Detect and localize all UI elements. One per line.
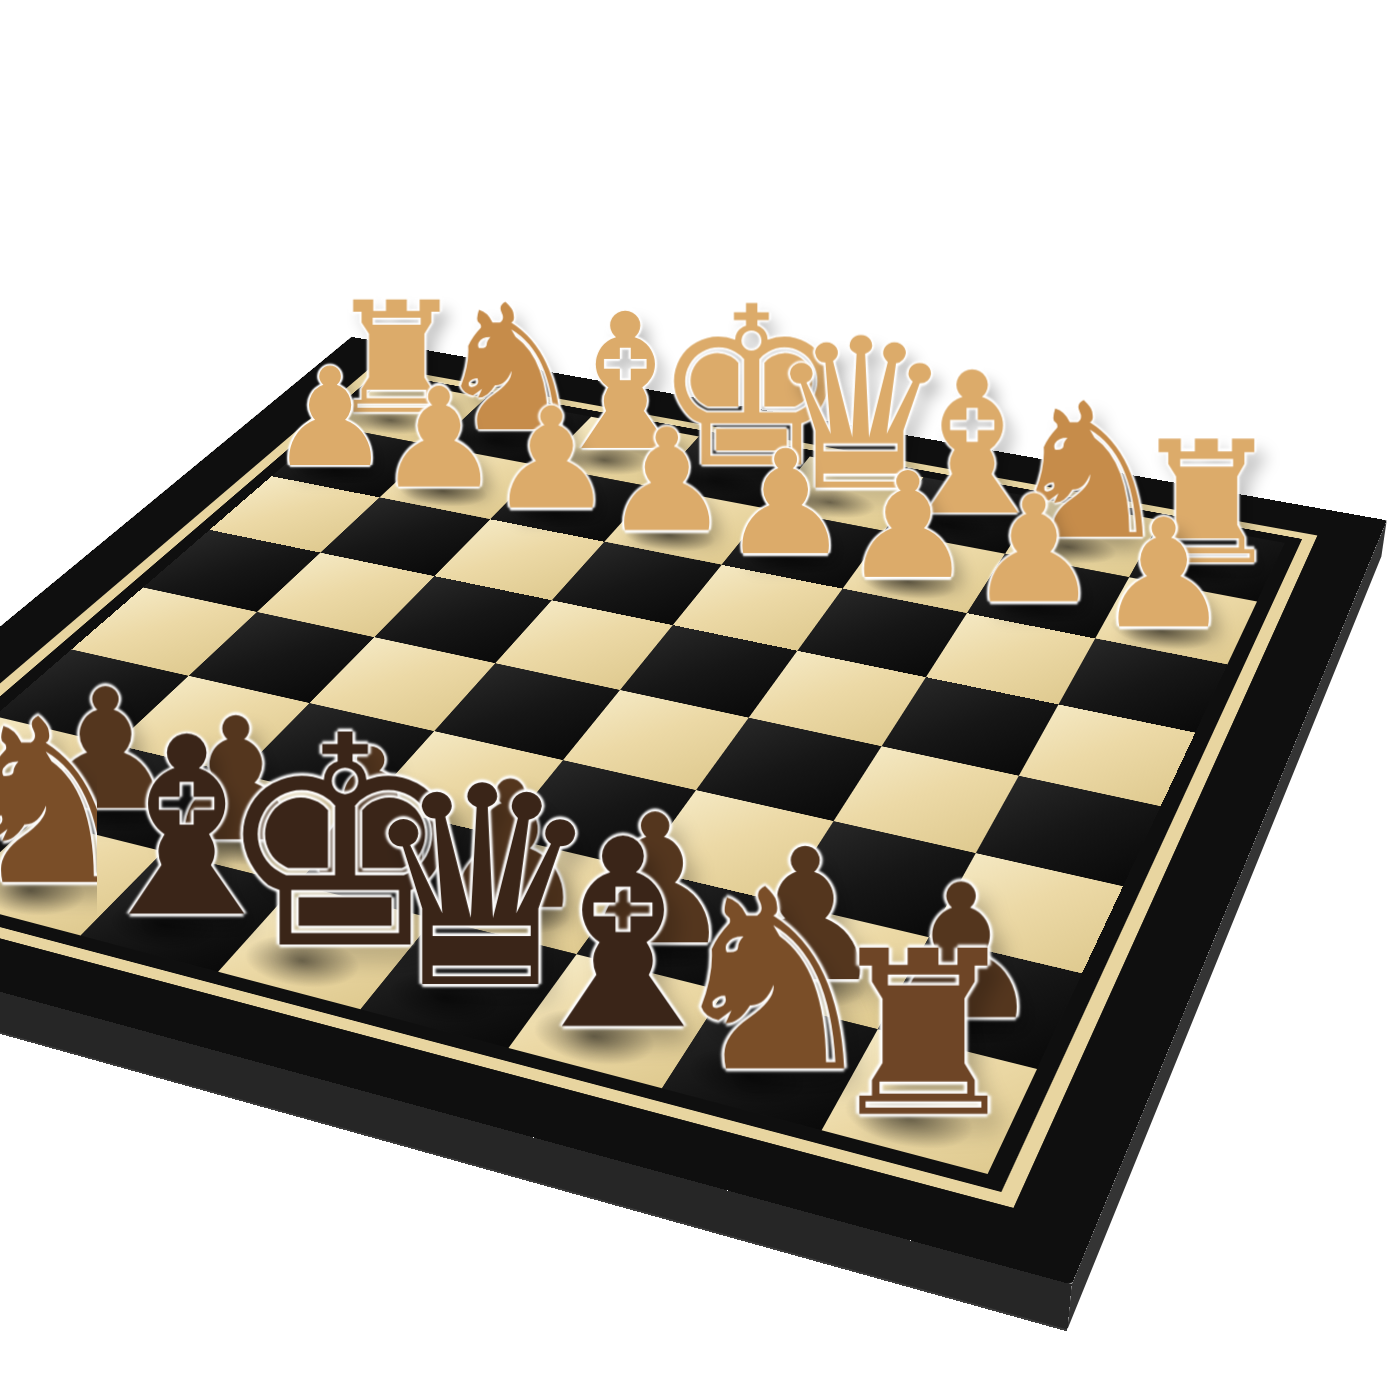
piece-white-pawn-f2[interactable]: ♟	[489, 393, 614, 526]
piece-black-bishop-c8[interactable]: ♝	[506, 812, 673, 1060]
piece-white-pawn-d2[interactable]: ♟	[721, 435, 850, 572]
piece-white-pawn-b2[interactable]: ♟	[967, 480, 1100, 621]
chess-board: ♜♞♝♚♛♝♞♜♟♟♟♟♟♟♟♟♟♟♟♟♟♟♟♟♜♞♝♚♛♝♞♜	[0, 337, 1387, 1285]
piece-white-pawn-c2[interactable]: ♟	[842, 457, 973, 596]
piece-black-king-e8[interactable]: ♚	[214, 706, 375, 983]
piece-black-knight-b8[interactable]: ♞	[661, 864, 832, 1101]
product-photo-scene: ♜♞♝♚♛♝♞♜♟♟♟♟♟♟♟♟♟♟♟♟♟♟♟♟♜♞♝♚♛♝♞♜	[0, 0, 1400, 1400]
piece-black-bishop-f8[interactable]: ♝	[76, 712, 234, 946]
piece-white-pawn-h2[interactable]: ♟	[269, 353, 391, 483]
piece-white-pawn-a2[interactable]: ♟	[1096, 503, 1231, 646]
piece-black-rook-a8[interactable]: ♜	[821, 927, 995, 1143]
piece-white-pawn-e2[interactable]: ♟	[603, 414, 730, 549]
board-perspective-wrapper: ♜♞♝♚♛♝♞♜♟♟♟♟♟♟♟♟♟♟♟♟♟♟♟♟♜♞♝♚♛♝♞♜	[0, 0, 1400, 1400]
piece-white-pawn-g2[interactable]: ♟	[377, 373, 500, 504]
piece-black-queen-d8[interactable]: ♛	[358, 758, 522, 1021]
